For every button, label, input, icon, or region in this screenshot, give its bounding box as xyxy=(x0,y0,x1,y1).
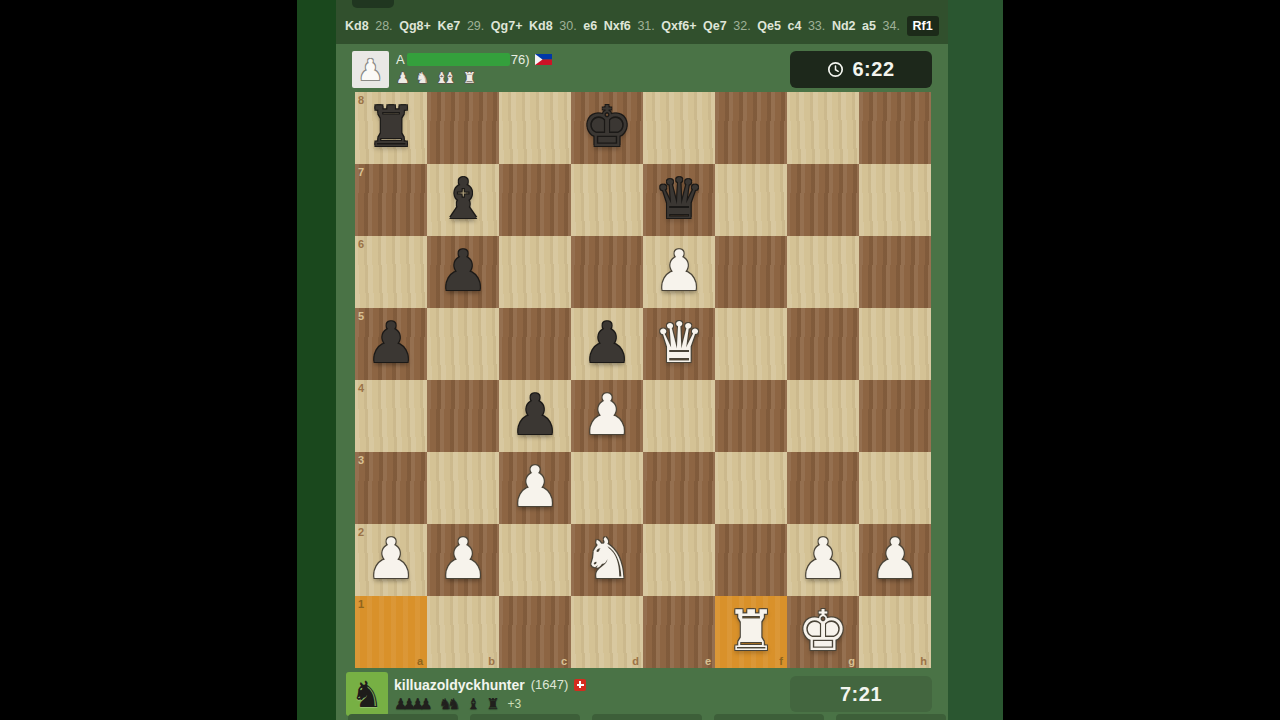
square-c3[interactable]: ♟ xyxy=(499,452,571,524)
opponent-name-prefix: A xyxy=(396,52,405,67)
move-number: 31. xyxy=(637,19,654,33)
bottom-action-button[interactable] xyxy=(592,714,702,720)
move[interactable]: Qe5 xyxy=(757,19,781,33)
board: ♜8♚7♝♛6♟♟♟5♟♛4♟♟3♟♟2♟♞♟♟1abcde♜f♚gh xyxy=(355,92,931,668)
game-panel: Kd828.Qg8+Ke729.Qg7+Kd830.e6Nxf631.Qxf6+… xyxy=(336,0,948,720)
square-b3[interactable] xyxy=(427,452,499,524)
move[interactable]: Ke7 xyxy=(437,19,460,33)
square-b4[interactable] xyxy=(427,380,499,452)
square-a3[interactable]: 3 xyxy=(355,452,427,524)
square-h3[interactable] xyxy=(859,452,931,524)
square-d4[interactable]: ♟ xyxy=(571,380,643,452)
rank-label: 3 xyxy=(358,454,364,466)
white-queen: ♛ xyxy=(643,308,715,378)
square-h1[interactable]: h xyxy=(859,596,931,668)
square-d6[interactable] xyxy=(571,236,643,308)
bottom-action-button[interactable] xyxy=(348,714,458,720)
square-c5[interactable] xyxy=(499,308,571,380)
player-captured-pieces: ♟♟♟♟♞♞♝♜+3 xyxy=(394,695,521,712)
square-b8[interactable] xyxy=(427,92,499,164)
move[interactable]: a5 xyxy=(862,19,876,33)
opponent-name-row[interactable]: A 76) xyxy=(396,52,552,67)
square-c1[interactable]: c xyxy=(499,596,571,668)
file-label: d xyxy=(632,655,639,667)
move[interactable]: Qxf6+ xyxy=(661,19,696,33)
move-number: 28. xyxy=(375,19,392,33)
black-queen: ♛ xyxy=(643,164,715,234)
file-label: h xyxy=(920,655,927,667)
black-pawn: ♟ xyxy=(355,308,427,378)
square-c2[interactable] xyxy=(499,524,571,596)
square-b5[interactable] xyxy=(427,308,499,380)
material-advantage: +3 xyxy=(506,697,522,711)
square-h4[interactable] xyxy=(859,380,931,452)
bottom-action-button[interactable] xyxy=(714,714,824,720)
black-pawn: ♟ xyxy=(427,236,499,306)
white-pawn: ♟ xyxy=(499,452,571,522)
square-g7[interactable] xyxy=(787,164,859,236)
white-pawn: ♟ xyxy=(787,524,859,594)
square-b2[interactable]: ♟ xyxy=(427,524,499,596)
square-a4[interactable]: 4 xyxy=(355,380,427,452)
screen: Kd828.Qg8+Ke729.Qg7+Kd830.e6Nxf631.Qxf6+… xyxy=(0,0,1280,720)
square-d8[interactable]: ♚ xyxy=(571,92,643,164)
square-g2[interactable]: ♟ xyxy=(787,524,859,596)
file-label: f xyxy=(779,655,783,667)
square-h5[interactable] xyxy=(859,308,931,380)
square-c7[interactable] xyxy=(499,164,571,236)
square-d2[interactable]: ♞ xyxy=(571,524,643,596)
move-number: 29. xyxy=(467,19,484,33)
square-d5[interactable]: ♟ xyxy=(571,308,643,380)
square-e5[interactable]: ♛ xyxy=(643,308,715,380)
white-knight: ♞ xyxy=(571,524,643,594)
move[interactable]: c4 xyxy=(787,19,801,33)
square-d3[interactable] xyxy=(571,452,643,524)
move[interactable]: Kd8 xyxy=(529,19,553,33)
square-f2[interactable] xyxy=(715,524,787,596)
move[interactable]: Nxf6 xyxy=(604,19,631,33)
square-d1[interactable]: d xyxy=(571,596,643,668)
black-king: ♚ xyxy=(571,92,643,162)
square-a1[interactable]: 1a xyxy=(355,596,427,668)
rank-label: 6 xyxy=(358,238,364,250)
opponent-clock-time: 6:22 xyxy=(852,58,894,81)
move-list: Kd828.Qg8+Ke729.Qg7+Kd830.e6Nxf631.Qxf6+… xyxy=(336,8,948,44)
square-h7[interactable] xyxy=(859,164,931,236)
rank-label: 2 xyxy=(358,526,364,538)
philippines-flag-icon xyxy=(535,54,552,65)
square-a7[interactable]: 7 xyxy=(355,164,427,236)
square-g3[interactable] xyxy=(787,452,859,524)
captured-bishop-group: ♝♝ xyxy=(435,69,463,87)
black-bishop: ♝ xyxy=(427,164,499,234)
bottom-action-button[interactable] xyxy=(470,714,580,720)
black-pawn: ♟ xyxy=(571,308,643,378)
square-g1[interactable]: ♚g xyxy=(787,596,859,668)
player-clock: 7:21 xyxy=(790,676,932,712)
square-a2[interactable]: ♟2 xyxy=(355,524,427,596)
square-c4[interactable]: ♟ xyxy=(499,380,571,452)
black-rook: ♜ xyxy=(355,92,427,162)
square-c8[interactable] xyxy=(499,92,571,164)
square-e3[interactable] xyxy=(643,452,715,524)
captured-rook-group: ♜ xyxy=(486,695,505,713)
player-name-row[interactable]: killuazoldyckhunter (1647) xyxy=(394,676,586,693)
player-clock-time: 7:21 xyxy=(840,683,882,706)
square-g6[interactable] xyxy=(787,236,859,308)
white-pawn: ♟ xyxy=(355,524,427,594)
letterbox-right-strip xyxy=(948,0,1003,720)
rank-label: 1 xyxy=(358,598,364,610)
move-number: 34. xyxy=(883,19,900,33)
white-pawn: ♟ xyxy=(859,524,931,594)
move[interactable]: Qg8+ xyxy=(399,19,431,33)
square-a8[interactable]: ♜8 xyxy=(355,92,427,164)
move-bar: Kd828.Qg8+Ke729.Qg7+Kd830.e6Nxf631.Qxf6+… xyxy=(336,0,948,44)
square-e6[interactable]: ♟ xyxy=(643,236,715,308)
square-c6[interactable] xyxy=(499,236,571,308)
square-a5[interactable]: ♟5 xyxy=(355,308,427,380)
square-e8[interactable] xyxy=(643,92,715,164)
square-b7[interactable]: ♝ xyxy=(427,164,499,236)
file-label: e xyxy=(705,655,711,667)
bottom-action-button[interactable] xyxy=(836,714,946,720)
white-pawn: ♟ xyxy=(571,380,643,450)
move[interactable]: Qg7+ xyxy=(491,19,523,33)
square-f5[interactable] xyxy=(715,308,787,380)
censored-name-bar xyxy=(407,53,510,66)
square-b6[interactable]: ♟ xyxy=(427,236,499,308)
file-label: c xyxy=(561,655,567,667)
captured-pawn-group: ♟♟♟♟ xyxy=(394,695,439,713)
move[interactable]: Rf1 xyxy=(907,16,939,36)
captured-rook-group: ♜ xyxy=(463,69,482,87)
captured-knight-group: ♞ xyxy=(415,69,434,87)
clock-icon xyxy=(827,61,844,78)
square-b1[interactable]: b xyxy=(427,596,499,668)
rank-label: 5 xyxy=(358,310,364,322)
player-avatar[interactable]: ♞ xyxy=(346,672,388,716)
move[interactable]: Kd8 xyxy=(345,19,369,33)
square-f7[interactable] xyxy=(715,164,787,236)
square-h6[interactable] xyxy=(859,236,931,308)
opponent-avatar[interactable]: ♟ xyxy=(352,51,389,88)
square-g5[interactable] xyxy=(787,308,859,380)
white-pawn: ♟ xyxy=(643,236,715,306)
white-rook: ♜ xyxy=(715,596,787,666)
move-number: 33. xyxy=(808,19,825,33)
white-pawn: ♟ xyxy=(427,524,499,594)
square-g8[interactable] xyxy=(787,92,859,164)
switzerland-flag-icon xyxy=(574,679,586,691)
letterbox-left-strip xyxy=(297,0,336,720)
move[interactable]: e6 xyxy=(583,19,597,33)
move[interactable]: Nd2 xyxy=(832,19,856,33)
rank-label: 4 xyxy=(358,382,364,394)
square-f1[interactable]: ♜f xyxy=(715,596,787,668)
square-a6[interactable]: 6 xyxy=(355,236,427,308)
rank-label: 7 xyxy=(358,166,364,178)
square-f6[interactable] xyxy=(715,236,787,308)
square-e7[interactable]: ♛ xyxy=(643,164,715,236)
opponent-rating-suffix: 76) xyxy=(511,52,530,67)
square-d7[interactable] xyxy=(571,164,643,236)
black-pawn: ♟ xyxy=(499,380,571,450)
square-g4[interactable] xyxy=(787,380,859,452)
square-f8[interactable] xyxy=(715,92,787,164)
captured-bishop-group: ♝ xyxy=(467,695,486,713)
square-e2[interactable] xyxy=(643,524,715,596)
top-notch xyxy=(352,0,394,8)
player-name: killuazoldyckhunter xyxy=(394,677,525,693)
square-e4[interactable] xyxy=(643,380,715,452)
opponent-captured-pieces: ♟♞♝♝♜ xyxy=(396,69,482,86)
file-label: g xyxy=(848,655,855,667)
move-number: 32. xyxy=(733,19,750,33)
opponent-clock: 6:22 xyxy=(790,51,932,88)
captured-pawn-group: ♟ xyxy=(396,69,415,87)
square-f4[interactable] xyxy=(715,380,787,452)
square-e1[interactable]: e xyxy=(643,596,715,668)
file-label: a xyxy=(417,655,423,667)
square-f3[interactable] xyxy=(715,452,787,524)
player-rating: (1647) xyxy=(531,677,569,692)
file-label: b xyxy=(488,655,495,667)
move[interactable]: Qe7 xyxy=(703,19,727,33)
rank-label: 8 xyxy=(358,94,364,106)
captured-knight-group: ♞♞ xyxy=(439,695,467,713)
move-number: 30. xyxy=(559,19,576,33)
square-h2[interactable]: ♟ xyxy=(859,524,931,596)
square-h8[interactable] xyxy=(859,92,931,164)
